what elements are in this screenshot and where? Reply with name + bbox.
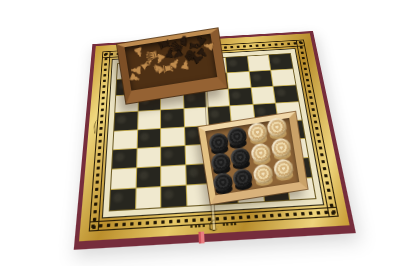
board-square[interactable]: [161, 146, 185, 166]
board-square[interactable]: [161, 127, 184, 146]
board-square[interactable]: [227, 72, 250, 89]
chess-piece-light[interactable]: ♟: [202, 40, 216, 53]
board-square[interactable]: [137, 147, 161, 167]
checkers-tray[interactable]: [199, 112, 308, 204]
board-square[interactable]: [272, 69, 296, 86]
board-square[interactable]: [226, 56, 248, 72]
checker-stack-black[interactable]: [212, 172, 234, 197]
maker-mark-left: [190, 224, 205, 228]
board-square[interactable]: [229, 88, 252, 105]
maker-monogram-icon: [208, 219, 219, 232]
board-square[interactable]: [161, 185, 186, 207]
board-square[interactable]: [136, 187, 161, 209]
maker-mark-right: [223, 223, 238, 227]
price-sticker: [198, 232, 204, 244]
board-square[interactable]: [137, 128, 160, 147]
board-square[interactable]: [269, 54, 292, 70]
board-square[interactable]: [136, 167, 160, 188]
board-square[interactable]: [114, 112, 137, 130]
board-square[interactable]: [113, 130, 137, 149]
checker-stack-black[interactable]: [232, 168, 254, 193]
board-square[interactable]: [112, 149, 136, 169]
board-square[interactable]: [206, 90, 229, 107]
board-square[interactable]: [111, 168, 136, 189]
board-square[interactable]: [274, 86, 298, 103]
board-square[interactable]: [250, 71, 273, 88]
scene: ♜♛♞♝♟♚♟♟♟♟♟♝♞♟♜♛♟♟♟♟♟: [0, 0, 400, 266]
checkers-tray-interior: [205, 118, 299, 195]
board-square[interactable]: [161, 109, 184, 127]
board-square[interactable]: [138, 111, 161, 129]
board-square[interactable]: [248, 55, 271, 71]
chess-piece-light[interactable]: ♟: [132, 45, 146, 60]
checker-stack-cream[interactable]: [252, 163, 274, 188]
chess-box-interior: ♜♛♞♝♟♚♟♟♟♟♟♝♞♟♜♛♟♟♟♟♟: [124, 34, 217, 91]
checker-stack-cream[interactable]: [273, 158, 295, 183]
board-square[interactable]: [110, 188, 135, 210]
board-square[interactable]: [184, 108, 207, 126]
chess-piece-light[interactable]: ♟: [179, 58, 192, 72]
board-square[interactable]: [251, 87, 275, 104]
board-square[interactable]: [161, 165, 185, 186]
maker-marks: [190, 218, 238, 232]
